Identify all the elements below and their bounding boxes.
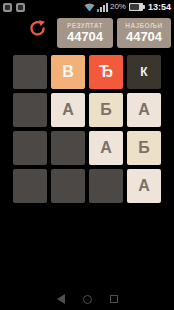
empty-cell-r1c1 (13, 55, 47, 89)
tile-В-r1c2: В (51, 55, 85, 89)
tile-А-r2c4: А (127, 93, 161, 127)
battery-icon (129, 3, 143, 11)
empty-cell-r3c1 (13, 131, 47, 165)
score-box: РЕЗУЛТАТ 44704 (57, 18, 113, 48)
back-icon[interactable] (57, 294, 65, 304)
wifi-icon (84, 2, 95, 12)
empty-cell-r2c1 (13, 93, 47, 127)
message-icon (3, 3, 12, 12)
tile-Б-r3c4: Б (127, 131, 161, 165)
tile-А-r3c3: А (89, 131, 123, 165)
tile-Ђ-r1c3: Ђ (89, 55, 123, 89)
best-score-box: НАЈБОЉИ 44704 (117, 18, 171, 48)
empty-cell-r4c3 (89, 169, 123, 203)
tile-А-r4c4: А (127, 169, 161, 203)
best-score-value: 44704 (126, 30, 162, 44)
recents-icon[interactable] (110, 295, 118, 303)
android-nav-bar (0, 288, 174, 310)
battery-percent: 20% (110, 0, 126, 14)
tile-К-r1c4: К (127, 55, 161, 89)
note-icon (16, 3, 25, 12)
restart-icon[interactable] (27, 18, 48, 39)
score-value: 44704 (67, 30, 103, 44)
empty-cell-r4c1 (13, 169, 47, 203)
signal-icon (97, 2, 108, 12)
home-icon[interactable] (83, 295, 92, 304)
empty-cell-r3c2 (51, 131, 85, 165)
status-time: 13:54 (148, 0, 171, 14)
empty-cell-r4c2 (51, 169, 85, 203)
tile-Б-r2c3: Б (89, 93, 123, 127)
game-board[interactable]: ВЂКАБААБА (13, 55, 161, 203)
status-bar: 20% 13:54 (0, 0, 174, 14)
tile-А-r2c2: А (51, 93, 85, 127)
game-header: РЕЗУЛТАТ 44704 НАЈБОЉИ 44704 (0, 16, 174, 52)
